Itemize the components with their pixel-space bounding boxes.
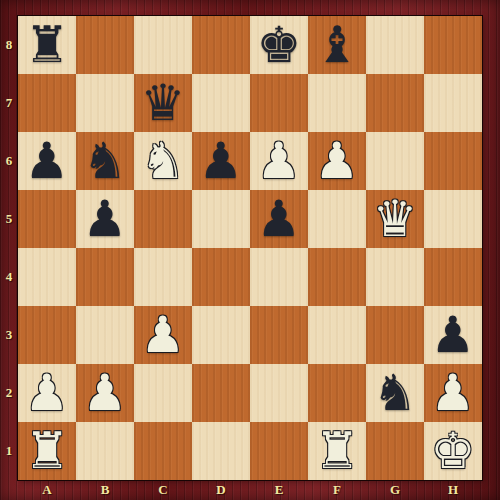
square-d3[interactable] — [192, 306, 250, 364]
square-f3[interactable] — [308, 306, 366, 364]
board-frame: 87654321 ♜♚♝♛♟♞♞♟♟♟♟♟♛♟♟♟♟♞♟♜♜♚ ABCDEFGH — [0, 0, 500, 500]
square-a5[interactable] — [18, 190, 76, 248]
square-b8[interactable] — [76, 16, 134, 74]
square-h8[interactable] — [424, 16, 482, 74]
black-knight-g2[interactable]: ♞ — [373, 364, 418, 422]
square-c2[interactable] — [134, 364, 192, 422]
square-b6[interactable]: ♞ — [76, 132, 134, 190]
black-pawn-e5[interactable]: ♟ — [257, 190, 302, 248]
square-h5[interactable] — [424, 190, 482, 248]
square-d5[interactable] — [192, 190, 250, 248]
rank-label-7: 7 — [0, 74, 18, 132]
file-label-a: A — [18, 480, 76, 499]
square-d4[interactable] — [192, 248, 250, 306]
square-e7[interactable] — [250, 74, 308, 132]
file-label-b: B — [76, 480, 134, 499]
square-g7[interactable] — [366, 74, 424, 132]
square-e5[interactable]: ♟ — [250, 190, 308, 248]
white-knight-c6[interactable]: ♞ — [141, 132, 186, 190]
file-label-d: D — [192, 480, 250, 499]
black-pawn-h3[interactable]: ♟ — [431, 306, 476, 364]
rank-label-6: 6 — [0, 132, 18, 190]
black-queen-c7[interactable]: ♛ — [141, 74, 186, 132]
square-c7[interactable]: ♛ — [134, 74, 192, 132]
square-h3[interactable]: ♟ — [424, 306, 482, 364]
white-rook-f1[interactable]: ♜ — [315, 422, 360, 480]
square-b1[interactable] — [76, 422, 134, 480]
white-pawn-b2[interactable]: ♟ — [83, 364, 128, 422]
file-label-h: H — [424, 480, 482, 499]
square-h4[interactable] — [424, 248, 482, 306]
square-b7[interactable] — [76, 74, 134, 132]
rank-label-5: 5 — [0, 190, 18, 248]
square-a6[interactable]: ♟ — [18, 132, 76, 190]
file-label-e: E — [250, 480, 308, 499]
rank-labels: 87654321 — [0, 16, 18, 480]
rank-label-3: 3 — [0, 306, 18, 364]
square-e3[interactable] — [250, 306, 308, 364]
file-label-f: F — [308, 480, 366, 499]
black-pawn-a6[interactable]: ♟ — [25, 132, 70, 190]
rank-label-4: 4 — [0, 248, 18, 306]
file-label-g: G — [366, 480, 424, 499]
board[interactable]: ♜♚♝♛♟♞♞♟♟♟♟♟♛♟♟♟♟♞♟♜♜♚ — [18, 16, 482, 480]
square-f7[interactable] — [308, 74, 366, 132]
white-queen-g5[interactable]: ♛ — [373, 190, 418, 248]
square-f6[interactable]: ♟ — [308, 132, 366, 190]
square-h6[interactable] — [424, 132, 482, 190]
square-b5[interactable]: ♟ — [76, 190, 134, 248]
file-label-c: C — [134, 480, 192, 499]
square-b2[interactable]: ♟ — [76, 364, 134, 422]
rank-label-8: 8 — [0, 16, 18, 74]
square-e1[interactable] — [250, 422, 308, 480]
square-a4[interactable] — [18, 248, 76, 306]
square-g8[interactable] — [366, 16, 424, 74]
square-a1[interactable]: ♜ — [18, 422, 76, 480]
square-c4[interactable] — [134, 248, 192, 306]
square-c8[interactable] — [134, 16, 192, 74]
black-pawn-d6[interactable]: ♟ — [199, 132, 244, 190]
white-pawn-a2[interactable]: ♟ — [25, 364, 70, 422]
square-g3[interactable] — [366, 306, 424, 364]
rank-label-1: 1 — [0, 422, 18, 480]
square-d8[interactable] — [192, 16, 250, 74]
square-h2[interactable]: ♟ — [424, 364, 482, 422]
square-g5[interactable]: ♛ — [366, 190, 424, 248]
square-a2[interactable]: ♟ — [18, 364, 76, 422]
white-king-h1[interactable]: ♚ — [431, 422, 476, 480]
square-e6[interactable]: ♟ — [250, 132, 308, 190]
white-pawn-h2[interactable]: ♟ — [431, 364, 476, 422]
square-d6[interactable]: ♟ — [192, 132, 250, 190]
white-pawn-c3[interactable]: ♟ — [141, 306, 186, 364]
square-g2[interactable]: ♞ — [366, 364, 424, 422]
square-f1[interactable]: ♜ — [308, 422, 366, 480]
square-d2[interactable] — [192, 364, 250, 422]
white-rook-a1[interactable]: ♜ — [25, 422, 70, 480]
white-pawn-f6[interactable]: ♟ — [315, 132, 360, 190]
square-e2[interactable] — [250, 364, 308, 422]
square-c6[interactable]: ♞ — [134, 132, 192, 190]
white-pawn-e6[interactable]: ♟ — [257, 132, 302, 190]
black-king-e8[interactable]: ♚ — [257, 16, 302, 74]
black-bishop-f8[interactable]: ♝ — [315, 16, 360, 74]
square-g1[interactable] — [366, 422, 424, 480]
square-f8[interactable]: ♝ — [308, 16, 366, 74]
black-rook-a8[interactable]: ♜ — [25, 16, 70, 74]
square-g6[interactable] — [366, 132, 424, 190]
square-e8[interactable]: ♚ — [250, 16, 308, 74]
square-f5[interactable] — [308, 190, 366, 248]
square-c5[interactable] — [134, 190, 192, 248]
square-b3[interactable] — [76, 306, 134, 364]
square-g4[interactable] — [366, 248, 424, 306]
black-knight-b6[interactable]: ♞ — [83, 132, 128, 190]
square-a8[interactable]: ♜ — [18, 16, 76, 74]
file-labels: ABCDEFGH — [18, 480, 482, 499]
rank-label-2: 2 — [0, 364, 18, 422]
square-h1[interactable]: ♚ — [424, 422, 482, 480]
square-d1[interactable] — [192, 422, 250, 480]
square-b4[interactable] — [76, 248, 134, 306]
square-c1[interactable] — [134, 422, 192, 480]
square-f2[interactable] — [308, 364, 366, 422]
black-pawn-b5[interactable]: ♟ — [83, 190, 128, 248]
square-f4[interactable] — [308, 248, 366, 306]
square-c3[interactable]: ♟ — [134, 306, 192, 364]
square-e4[interactable] — [250, 248, 308, 306]
square-a7[interactable] — [18, 74, 76, 132]
square-h7[interactable] — [424, 74, 482, 132]
square-a3[interactable] — [18, 306, 76, 364]
square-d7[interactable] — [192, 74, 250, 132]
